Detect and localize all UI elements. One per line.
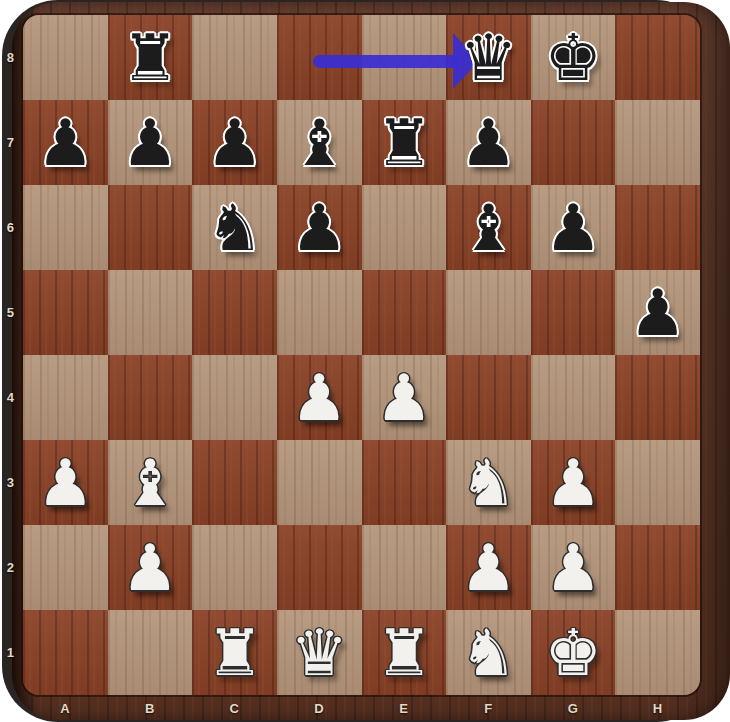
square-a3[interactable]: ♟ [23, 440, 108, 525]
piece-white-pawn[interactable]: ♟ [446, 525, 531, 610]
square-c5[interactable] [192, 270, 277, 355]
rank-label-4: 4 [2, 355, 19, 440]
square-h4[interactable] [615, 355, 700, 440]
piece-black-bishop[interactable]: ♝ [446, 185, 531, 270]
square-h1[interactable] [615, 610, 700, 695]
square-d6[interactable]: ♟ [277, 185, 362, 270]
piece-white-pawn[interactable]: ♟ [277, 355, 362, 440]
piece-black-pawn[interactable]: ♟ [277, 185, 362, 270]
square-a7[interactable]: ♟ [23, 100, 108, 185]
rank-label-5: 5 [2, 270, 19, 355]
square-a8[interactable] [23, 15, 108, 100]
piece-white-pawn[interactable]: ♟ [108, 525, 193, 610]
square-c3[interactable] [192, 440, 277, 525]
piece-black-rook[interactable]: ♜ [108, 15, 193, 100]
rank-labels: 87654321 [2, 15, 19, 695]
square-d5[interactable] [277, 270, 362, 355]
square-d3[interactable] [277, 440, 362, 525]
rank-label-1: 1 [2, 610, 19, 695]
square-e2[interactable] [362, 525, 447, 610]
square-h2[interactable] [615, 525, 700, 610]
square-b8[interactable]: ♜ [108, 15, 193, 100]
square-d1[interactable]: ♛ [277, 610, 362, 695]
square-c1[interactable]: ♜ [192, 610, 277, 695]
square-g3[interactable]: ♟ [531, 440, 616, 525]
square-f2[interactable]: ♟ [446, 525, 531, 610]
file-label-g: G [531, 696, 616, 720]
square-g8[interactable]: ♚ [531, 15, 616, 100]
piece-white-knight[interactable]: ♞ [446, 610, 531, 695]
piece-black-king[interactable]: ♚ [531, 15, 616, 100]
piece-black-rook[interactable]: ♜ [362, 100, 447, 185]
square-f6[interactable]: ♝ [446, 185, 531, 270]
square-e6[interactable] [362, 185, 447, 270]
piece-white-rook[interactable]: ♜ [362, 610, 447, 695]
square-g5[interactable] [531, 270, 616, 355]
file-label-f: F [446, 696, 531, 720]
square-b5[interactable] [108, 270, 193, 355]
file-label-h: H [615, 696, 700, 720]
move-arrow [313, 55, 459, 68]
square-e1[interactable]: ♜ [362, 610, 447, 695]
piece-white-pawn[interactable]: ♟ [362, 355, 447, 440]
square-e4[interactable]: ♟ [362, 355, 447, 440]
square-f3[interactable]: ♞ [446, 440, 531, 525]
square-f5[interactable] [446, 270, 531, 355]
chess-board: ♜♛♚♟♟♟♝♜♟♞♟♝♟♟♟♟♟♝♞♟♟♟♟♜♛♜♞♚ [23, 15, 700, 695]
square-g4[interactable] [531, 355, 616, 440]
piece-black-pawn[interactable]: ♟ [615, 270, 700, 355]
rank-label-3: 3 [2, 440, 19, 525]
square-c2[interactable] [192, 525, 277, 610]
square-a4[interactable] [23, 355, 108, 440]
piece-white-queen[interactable]: ♛ [277, 610, 362, 695]
file-label-a: A [23, 696, 108, 720]
square-b6[interactable] [108, 185, 193, 270]
piece-white-rook[interactable]: ♜ [192, 610, 277, 695]
piece-white-pawn[interactable]: ♟ [23, 440, 108, 525]
square-a6[interactable] [23, 185, 108, 270]
square-h7[interactable] [615, 100, 700, 185]
piece-black-pawn[interactable]: ♟ [446, 100, 531, 185]
square-b1[interactable] [108, 610, 193, 695]
square-e7[interactable]: ♜ [362, 100, 447, 185]
file-label-e: E [362, 696, 447, 720]
square-g1[interactable]: ♚ [531, 610, 616, 695]
square-b4[interactable] [108, 355, 193, 440]
square-g7[interactable] [531, 100, 616, 185]
square-h3[interactable] [615, 440, 700, 525]
square-g6[interactable]: ♟ [531, 185, 616, 270]
square-f1[interactable]: ♞ [446, 610, 531, 695]
square-c4[interactable] [192, 355, 277, 440]
rank-label-7: 7 [2, 100, 19, 185]
square-d2[interactable] [277, 525, 362, 610]
piece-white-bishop[interactable]: ♝ [108, 440, 193, 525]
piece-white-pawn[interactable]: ♟ [531, 525, 616, 610]
piece-black-pawn[interactable]: ♟ [23, 100, 108, 185]
square-a1[interactable] [23, 610, 108, 695]
piece-black-knight[interactable]: ♞ [192, 185, 277, 270]
piece-white-king[interactable]: ♚ [531, 610, 616, 695]
square-f4[interactable] [446, 355, 531, 440]
file-label-c: C [192, 696, 277, 720]
square-f8[interactable]: ♛ [446, 15, 531, 100]
piece-black-pawn[interactable]: ♟ [108, 100, 193, 185]
square-e3[interactable] [362, 440, 447, 525]
rank-label-8: 8 [2, 15, 19, 100]
square-f7[interactable]: ♟ [446, 100, 531, 185]
square-d4[interactable]: ♟ [277, 355, 362, 440]
file-labels: ABCDEFGH [23, 696, 700, 720]
square-c6[interactable]: ♞ [192, 185, 277, 270]
square-e5[interactable] [362, 270, 447, 355]
square-h6[interactable] [615, 185, 700, 270]
square-b2[interactable]: ♟ [108, 525, 193, 610]
piece-black-queen[interactable]: ♛ [446, 15, 531, 100]
piece-black-pawn[interactable]: ♟ [192, 100, 277, 185]
rank-label-6: 6 [2, 185, 19, 270]
square-c7[interactable]: ♟ [192, 100, 277, 185]
square-b3[interactable]: ♝ [108, 440, 193, 525]
piece-black-pawn[interactable]: ♟ [531, 185, 616, 270]
piece-white-knight[interactable]: ♞ [446, 440, 531, 525]
piece-white-pawn[interactable]: ♟ [531, 440, 616, 525]
file-label-b: B [108, 696, 193, 720]
square-h5[interactable]: ♟ [615, 270, 700, 355]
square-d7[interactable]: ♝ [277, 100, 362, 185]
square-a5[interactable] [23, 270, 108, 355]
square-h8[interactable] [615, 15, 700, 100]
piece-black-bishop[interactable]: ♝ [277, 100, 362, 185]
square-g2[interactable]: ♟ [531, 525, 616, 610]
square-b7[interactable]: ♟ [108, 100, 193, 185]
square-c8[interactable] [192, 15, 277, 100]
rank-label-2: 2 [2, 525, 19, 610]
file-label-d: D [277, 696, 362, 720]
square-a2[interactable] [23, 525, 108, 610]
